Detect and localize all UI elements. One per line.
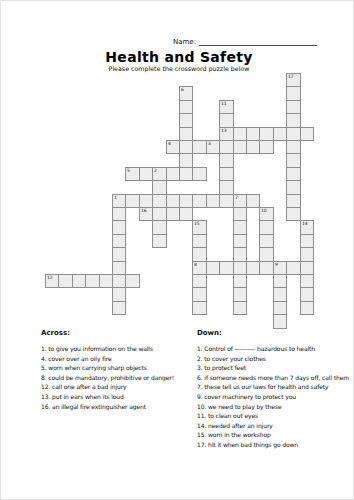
grid-cell[interactable] [246,261,260,275]
grid-cell[interactable] [152,194,167,208]
grid-cell[interactable] [219,180,234,195]
page-title: Health and Safety [105,49,252,65]
clue-line: 6. if someone needs more than 7 days off… [197,373,349,383]
grid-cell[interactable] [192,301,207,315]
grid-cell[interactable] [286,140,301,154]
grid-cell[interactable] [286,207,301,221]
grid-cell[interactable] [286,261,301,275]
clue-number: 11 [221,102,227,107]
grid-cell[interactable] [233,301,247,315]
name-label: Name: [173,38,196,46]
grid-cell[interactable] [246,140,260,154]
grid-cell[interactable] [233,140,247,154]
clue-number: 17 [288,75,294,80]
down-clue-list: 1. Control of ---------- hazardous to he… [197,344,349,450]
clue-line: 8. could be mandatory, prohibitive or da… [41,373,174,383]
grid-cell[interactable] [219,113,234,128]
clue-line: 14. needed after an injury [197,421,349,431]
grid-cell[interactable] [179,140,193,154]
grid-cell[interactable] [219,194,234,208]
grid-cell[interactable] [112,301,126,315]
grid-cell[interactable] [273,314,287,329]
grid-cell[interactable] [112,220,126,235]
grid-cell[interactable] [166,207,180,221]
grid-cell[interactable] [273,127,287,141]
grid-cell[interactable]: 9 [273,261,287,275]
name-row: Name: [173,38,317,46]
grid-cell[interactable] [152,180,167,195]
grid-cell[interactable]: 7 [233,194,247,208]
grid-cell[interactable] [192,140,207,154]
grid-cell[interactable] [233,274,247,288]
clue-number: 14 [302,222,308,227]
grid-cell[interactable] [192,167,207,181]
grid-cell[interactable] [112,234,126,248]
clue-line: 3. to protect feet [197,363,349,373]
grid-cell[interactable] [85,274,100,288]
grid-cell[interactable]: 5 [125,167,140,181]
grid-cell[interactable]: 3 [206,140,220,154]
grid-cell[interactable] [206,194,220,208]
grid-cell[interactable]: 8 [192,261,207,275]
grid-cell[interactable] [233,261,247,275]
grid-cell[interactable] [286,194,301,208]
grid-cell[interactable] [179,113,193,128]
grid-cell[interactable] [179,100,193,114]
grid-cell[interactable] [300,301,314,315]
grid-cell[interactable] [233,287,247,302]
grid-cell[interactable]: 6 [179,86,193,101]
clue-line: 2. to cover your clothes [197,354,349,364]
grid-cell[interactable] [219,261,234,275]
clue-number: 8 [194,263,197,268]
clue-line: 13. put in ears when its loud [41,392,174,402]
clue-line: 4. cover over an oily fire [41,354,174,364]
grid-cell[interactable] [112,274,126,288]
grid-cell[interactable] [166,194,180,208]
clue-line: 10. we need to play by these [197,402,349,412]
grid-cell[interactable] [233,207,247,221]
grid-cell[interactable] [259,261,274,275]
clue-number: 1 [114,196,117,201]
grid-cell[interactable] [286,153,301,168]
grid-cell[interactable]: 11 [219,100,234,114]
grid-cell[interactable] [112,261,126,275]
grid-cell[interactable] [179,127,193,141]
grid-cell[interactable] [219,140,234,154]
grid-cell[interactable] [112,247,126,262]
grid-cell[interactable] [192,234,207,248]
clue-number: 2 [154,169,157,174]
clue-number: 13 [221,129,227,134]
grid-cell[interactable] [192,287,207,302]
grid-cell[interactable]: 12 [45,274,59,288]
grid-cell[interactable] [300,261,314,275]
grid-cell[interactable] [179,153,193,168]
grid-cell[interactable] [125,194,140,208]
clue-number: 6 [181,88,184,93]
grid-cell[interactable] [300,247,314,262]
grid-cell[interactable] [286,127,301,141]
grid-cell[interactable] [152,207,167,221]
grid-cell[interactable]: 14 [300,220,314,235]
clue-line: 9. cover machinery to protect you [197,392,349,402]
grid-cell[interactable]: 15 [192,220,207,235]
grid-cell[interactable]: 10 [259,207,274,221]
grid-cell[interactable] [286,113,301,128]
grid-cell[interactable] [192,247,207,262]
clue-line: 1. to give you information on the walls [41,344,174,354]
clue-number: 10 [261,209,267,214]
grid-cell[interactable] [259,234,274,248]
grid-cell[interactable] [219,167,234,181]
grid-cell[interactable] [72,274,86,288]
grid-cell[interactable]: 17 [286,73,301,87]
clue-number: 3 [208,142,211,147]
grid-cell[interactable] [259,127,274,141]
grid-cell[interactable]: 13 [219,127,234,141]
grid-cell[interactable] [58,274,73,288]
grid-cell[interactable] [286,100,301,114]
grid-cell[interactable]: 2 [152,167,167,181]
grid-cell[interactable] [233,220,247,235]
down-clues-section: Down: 1. Control of ---------- hazardous… [197,329,349,450]
grid-cell[interactable] [139,194,153,208]
grid-cell[interactable] [300,274,314,288]
page-subtitle: Please complete the crossword puzzle bel… [45,65,313,72]
grid-cell[interactable] [179,194,193,208]
grid-cell[interactable] [246,194,260,208]
grid-cell[interactable] [233,127,247,141]
grid-cell[interactable] [286,167,301,181]
clue-line: 16. an illegal fire extinguisher agent [41,402,174,412]
grid-cell[interactable] [273,274,287,288]
grid-cell[interactable]: 16 [139,207,153,221]
grid-cell[interactable] [246,127,260,141]
crossword-grid: 1761113435217161015148912 [45,73,315,329]
clue-number: 4 [168,142,171,147]
grid-cell[interactable] [125,274,140,288]
grid-cell[interactable] [166,167,180,181]
grid-cell[interactable] [112,287,126,302]
grid-cell[interactable] [300,287,314,302]
grid-cell[interactable] [259,247,274,262]
clue-number: 16 [141,209,147,214]
grid-cell[interactable] [112,207,126,221]
clue-number: 12 [47,276,53,281]
grid-cell[interactable] [99,274,113,288]
clue-number: 5 [127,169,130,174]
grid-cell[interactable] [206,261,220,275]
grid-cell[interactable] [273,287,287,302]
grid-cell[interactable] [179,167,193,181]
clue-line: 1. Control of ---------- hazardous to he… [197,344,349,354]
grid-cell[interactable] [300,127,314,141]
clue-line: 12. call one after a bad injury [41,382,174,392]
grid-cell[interactable] [219,153,234,168]
across-clue-list: 1. to give you information on the walls4… [41,344,174,411]
grid-cell[interactable] [152,220,167,235]
clue-number: 9 [275,263,278,268]
grid-cell[interactable] [259,220,274,235]
grid-cell[interactable] [179,207,193,221]
across-heading: Across: [41,329,174,337]
grid-cell[interactable] [286,86,301,101]
clue-number: 15 [194,222,200,227]
grid-cell[interactable] [233,247,247,262]
grid-cell[interactable]: 4 [166,140,180,154]
grid-cell[interactable] [152,234,167,248]
grid-cell[interactable] [192,274,207,288]
clue-line: 17. hit it when bad things go down [197,440,349,450]
grid-cell[interactable] [192,194,207,208]
across-clues-section: Across: 1. to give you information on th… [41,329,174,411]
clue-line: 11. to clean out eyes [197,411,349,421]
clue-line: 7. these tell us our laws for health and… [197,382,349,392]
grid-cell[interactable] [139,167,153,181]
clue-number: 7 [235,196,238,201]
grid-cell[interactable] [233,234,247,248]
grid-cell[interactable] [300,234,314,248]
grid-cell[interactable] [259,140,274,154]
clue-line: 15. worn in the workshop [197,430,349,440]
name-blank-line [199,38,317,46]
clue-line: 5. worn when carrying sharp objects [41,363,174,373]
grid-cell[interactable] [273,301,287,315]
grid-cell[interactable] [286,180,301,195]
grid-cell[interactable]: 1 [112,194,126,208]
down-heading: Down: [197,329,349,337]
worksheet-page: Name: Health and Safety Please complete … [0,0,354,500]
